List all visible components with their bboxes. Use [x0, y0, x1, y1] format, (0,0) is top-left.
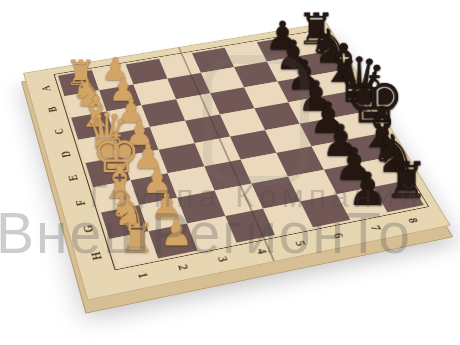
piece-white-rook-h1: ♜ [116, 219, 157, 259]
piece-black-rook-h8: ♜ [384, 156, 423, 206]
piece-white-pawn-h2: ♟ [156, 215, 197, 251]
chess-board: ♜♟♟♜♞♟♟♞♝♟♟♝♛♟♟♛♚♟♟♚♝♟♟♝♞♟♟♞♜♟♟♜ ABCDEFG… [23, 22, 451, 300]
piece-black-pawn-h7: ♟ [347, 167, 386, 213]
play-area: ♜♟♟♜♞♟♟♞♝♟♟♝♛♟♟♛♚♟♟♚♝♟♟♝♞♟♟♞♜♟♟♜ [58, 32, 424, 267]
product-photo-scene: ♜♟♟♜♞♟♟♞♝♟♟♝♛♟♟♛♚♟♟♚♝♟♟♝♞♟♟♞♜♟♟♜ ABCDEFG… [0, 0, 460, 345]
board-frame: ♜♟♟♜♞♟♟♞♝♟♟♝♛♟♟♛♚♟♟♚♝♟♟♝♞♟♟♞♜♟♟♜ ABCDEFG… [23, 22, 451, 300]
